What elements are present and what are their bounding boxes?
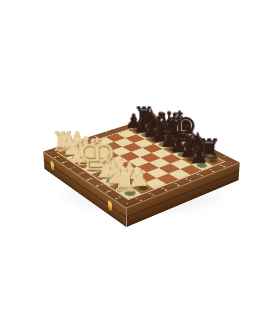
folding-chess-box: a8b7c6d5e4f3g2h1 ♜♞♝♛♚♝♞♜♟♟♟♟♟♟♟♟♟♟♟♟♟♟♟… (43, 117, 240, 208)
scene: a8b7c6d5e4f3g2h1 ♜♞♝♛♚♝♞♜♟♟♟♟♟♟♟♟♟♟♟♟♟♟♟… (0, 0, 260, 320)
piece-glyph: ♜ (107, 165, 142, 195)
piece-glyph: ♟ (182, 145, 215, 167)
brass-clasp-icon (50, 160, 54, 172)
chess-board: a8b7c6d5e4f3g2h1 ♜♞♝♛♚♝♞♜♟♟♟♟♟♟♟♟♟♟♟♟♟♟♟… (43, 117, 240, 208)
product-photo: a8b7c6d5e4f3g2h1 ♜♞♝♛♚♝♞♜♟♟♟♟♟♟♟♟♟♟♟♟♟♟♟… (0, 0, 260, 320)
brass-clasp-icon (108, 199, 113, 213)
pieces-layer: ♜♞♝♛♚♝♞♜♟♟♟♟♟♟♟♟♟♟♟♟♟♟♟♟♜♞♝♛♚♝♞♜ (43, 117, 240, 208)
